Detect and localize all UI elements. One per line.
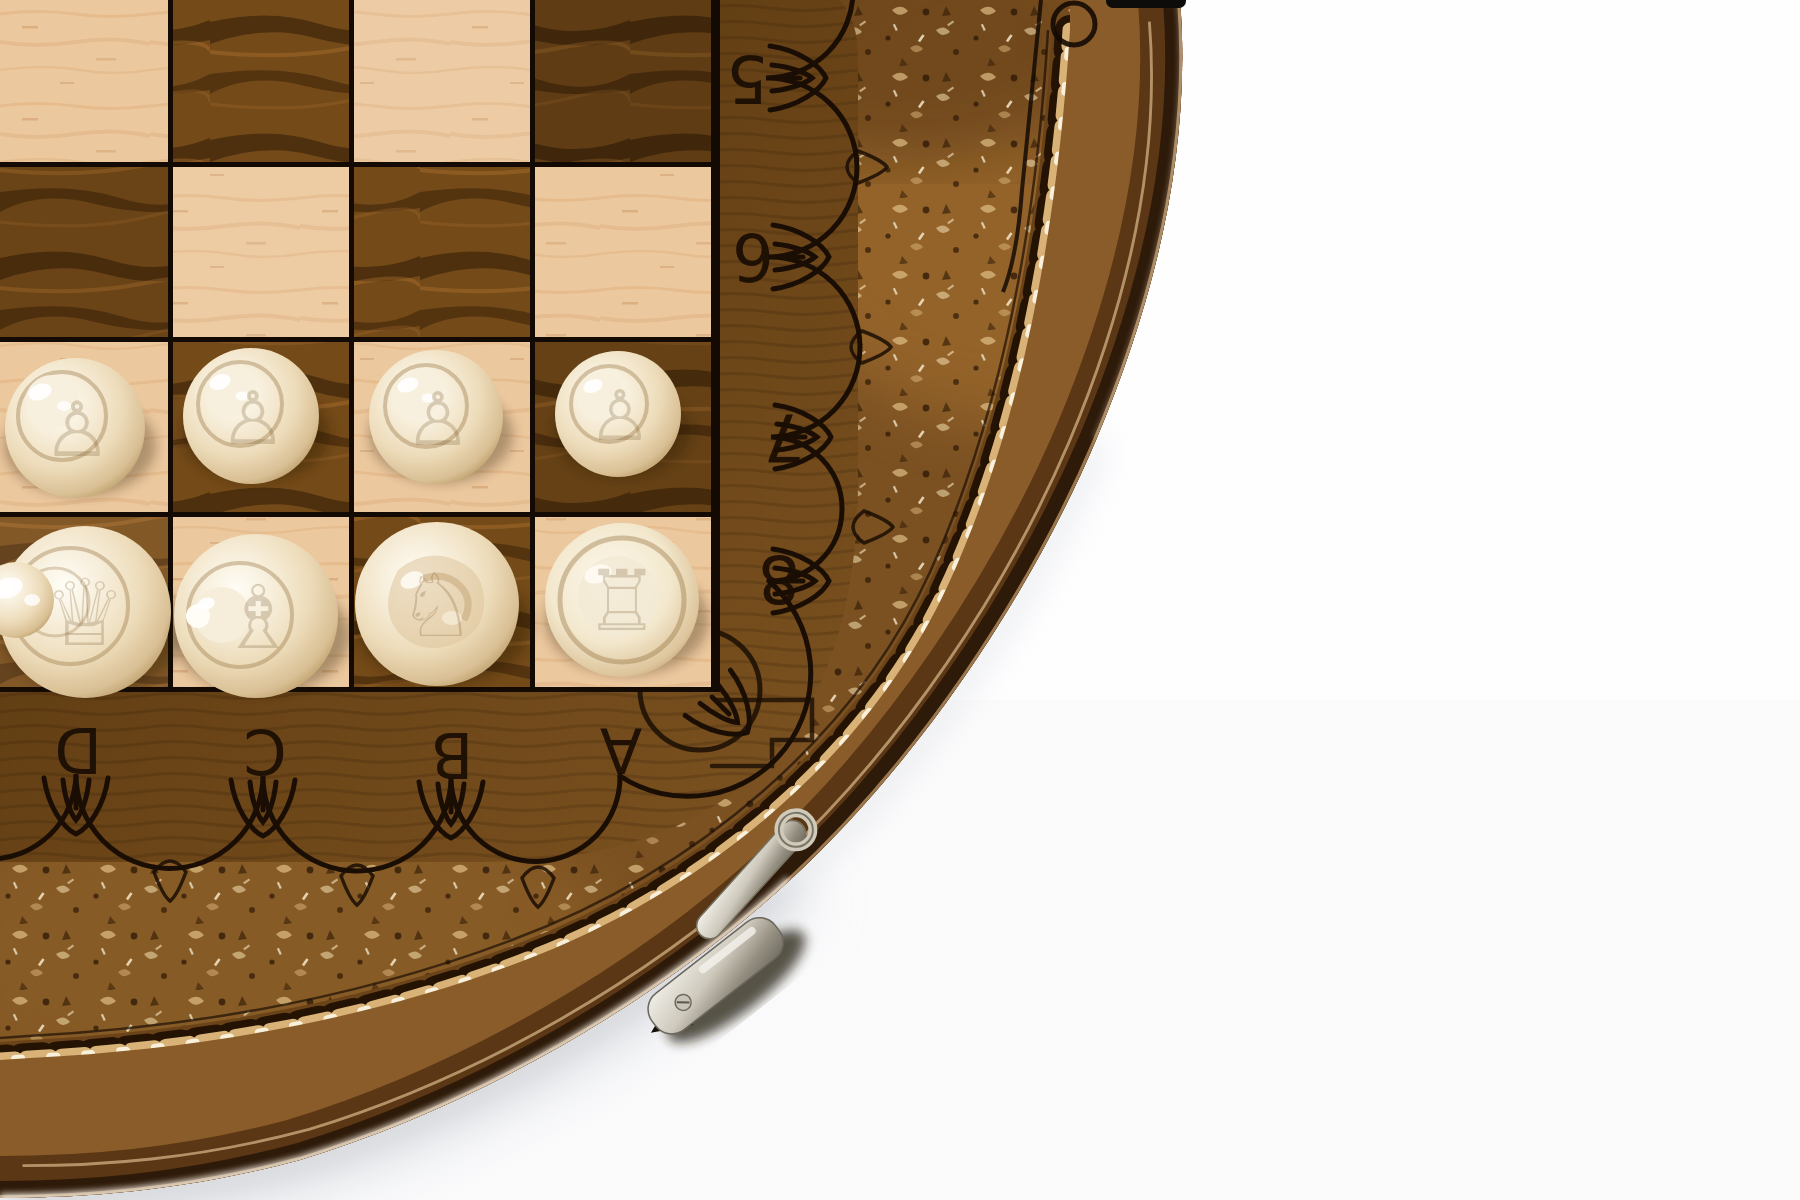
rank-label-8: 8 [758, 540, 800, 617]
hinge-sliver-icon [1106, 0, 1186, 8]
file-label-d: D [54, 713, 102, 786]
round-chessboard-scene: 5 6 7 8 D C B A [0, 0, 1800, 1200]
square-c5[interactable] [173, 0, 349, 162]
square-d5[interactable] [0, 0, 168, 162]
board-photo: 5 6 7 8 D C B A [0, 0, 1800, 1200]
svg-text:♙: ♙ [589, 375, 652, 457]
svg-text:♗: ♗ [219, 566, 298, 669]
rank-label-5: 5 [726, 40, 768, 117]
file-label-a: A [600, 713, 642, 786]
rank-label-6: 6 [732, 218, 774, 295]
svg-text:♕: ♕ [44, 560, 126, 667]
square-b6[interactable] [354, 167, 530, 337]
file-label-b: B [431, 718, 474, 791]
svg-text:♙: ♙ [220, 375, 286, 461]
svg-text:♙: ♙ [43, 385, 111, 474]
file-label-c: C [243, 715, 286, 788]
svg-text:♘: ♘ [398, 554, 477, 657]
svg-text:♖: ♖ [584, 552, 659, 650]
rank-label-7: 7 [763, 398, 805, 475]
svg-text:♙: ♙ [405, 376, 471, 462]
square-a6[interactable] [535, 167, 711, 337]
